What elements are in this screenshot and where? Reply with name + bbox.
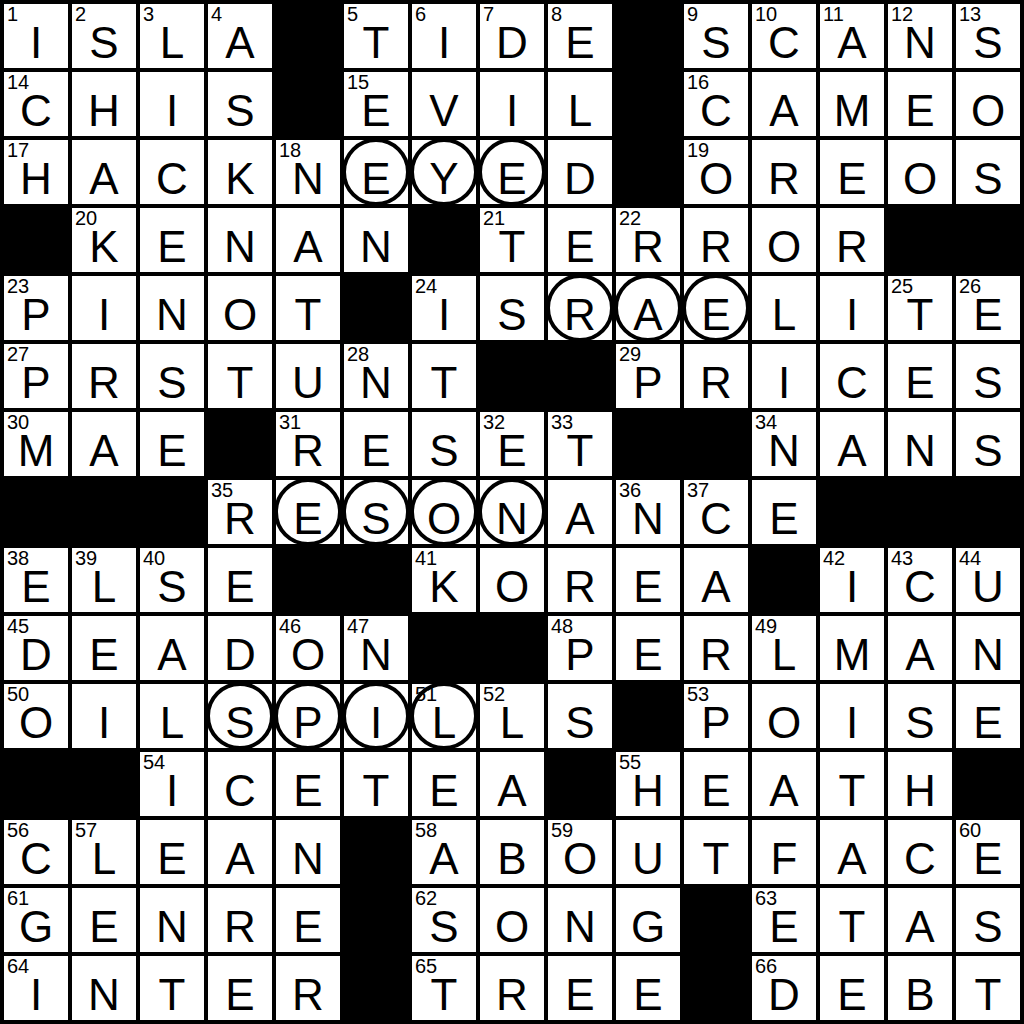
cell-r1c2[interactable]: 2S (72, 4, 136, 68)
cell-r13c13[interactable]: A (820, 820, 884, 884)
cell-r3c3[interactable]: C (140, 140, 204, 204)
cell-r12c14[interactable]: H (888, 752, 952, 816)
cell-letter: A (752, 89, 816, 133)
cell-letter: T (888, 293, 952, 337)
cell-r4c10[interactable]: 22R (616, 208, 680, 272)
cell-letter: N (344, 633, 408, 677)
cell-r4c13[interactable]: R (820, 208, 884, 272)
cell-r6c1[interactable]: 27P (4, 344, 68, 408)
cell-letter: E (140, 837, 204, 881)
cell-r5c13[interactable]: I (820, 276, 884, 340)
cell-r3c13[interactable]: E (820, 140, 884, 204)
cell-r4c12[interactable]: O (752, 208, 816, 272)
cell-letter: S (956, 361, 1020, 405)
cell-r5c10[interactable]: A (616, 276, 680, 340)
clue-number-5: 5 (347, 4, 358, 25)
cell-r9c1[interactable]: 38E (4, 548, 68, 612)
cell-r14c5[interactable]: E (276, 888, 340, 952)
cell-r5c2[interactable]: I (72, 276, 136, 340)
cell-letter: I (752, 361, 816, 405)
cell-letter: B (480, 837, 544, 881)
cell-r11c9[interactable]: S (548, 684, 612, 748)
cell-r9c2[interactable]: 39L (72, 548, 136, 612)
cell-letter: O (888, 157, 952, 201)
cell-r5c8[interactable]: S (480, 276, 544, 340)
block-cell-r4c7 (412, 208, 476, 272)
cell-r15c13[interactable]: E (820, 956, 884, 1020)
cell-r11c11[interactable]: 53P (684, 684, 748, 748)
cell-r4c11[interactable]: R (684, 208, 748, 272)
cell-r5c15[interactable]: 26E (956, 276, 1020, 340)
clue-number-57: 57 (75, 820, 97, 841)
cell-r7c15[interactable]: S (956, 412, 1020, 476)
cell-r11c5[interactable]: P (276, 684, 340, 748)
cell-r13c14[interactable]: C (888, 820, 952, 884)
cell-r6c10[interactable]: 29P (616, 344, 680, 408)
cell-r10c3[interactable]: A (140, 616, 204, 680)
clue-number-37: 37 (687, 480, 709, 501)
cell-r12c3[interactable]: 54I (140, 752, 204, 816)
cell-r10c2[interactable]: E (72, 616, 136, 680)
cell-r12c10[interactable]: 55H (616, 752, 680, 816)
cell-r2c13[interactable]: M (820, 72, 884, 136)
cell-letter: E (684, 769, 748, 813)
cell-letter: A (480, 769, 544, 813)
cell-r11c4[interactable]: S (208, 684, 272, 748)
cell-r4c5[interactable]: A (276, 208, 340, 272)
cell-r11c1[interactable]: 50O (4, 684, 68, 748)
cell-r12c6[interactable]: T (344, 752, 408, 816)
cell-r2c7[interactable]: V (412, 72, 476, 136)
cell-r8c7[interactable]: O (412, 480, 476, 544)
block-cell-r13c6 (344, 820, 408, 884)
cell-letter: I (480, 89, 544, 133)
cell-r13c1[interactable]: 56C (4, 820, 68, 884)
cell-letter: S (956, 905, 1020, 949)
cell-r13c11[interactable]: T (684, 820, 748, 884)
cell-letter: R (208, 905, 272, 949)
cell-r3c1[interactable]: 17H (4, 140, 68, 204)
cell-letter: N (72, 973, 136, 1017)
block-cell-r15c11 (684, 956, 748, 1020)
cell-r1c13[interactable]: 11A (820, 4, 884, 68)
cell-letter: N (140, 905, 204, 949)
cell-r8c11[interactable]: 37C (684, 480, 748, 544)
cell-r15c7[interactable]: 65T (412, 956, 476, 1020)
cell-r15c12[interactable]: 66D (752, 956, 816, 1020)
cell-r3c5[interactable]: 18N (276, 140, 340, 204)
cell-r3c15[interactable]: S (956, 140, 1020, 204)
cell-r4c8[interactable]: 21T (480, 208, 544, 272)
block-cell-r1c10 (616, 4, 680, 68)
cell-letter: N (548, 905, 612, 949)
cell-r14c4[interactable]: R (208, 888, 272, 952)
cell-r11c3[interactable]: L (140, 684, 204, 748)
cell-letter: H (888, 769, 952, 813)
cell-letter: R (820, 225, 884, 269)
cell-r9c11[interactable]: A (684, 548, 748, 612)
block-cell-r10c7 (412, 616, 476, 680)
cell-r5c7[interactable]: 24I (412, 276, 476, 340)
cell-r13c9[interactable]: 59O (548, 820, 612, 884)
cell-r7c14[interactable]: N (888, 412, 952, 476)
cell-letter: N (344, 225, 408, 269)
cell-r9c9[interactable]: R (548, 548, 612, 612)
cell-r6c2[interactable]: R (72, 344, 136, 408)
clue-number-8: 8 (551, 4, 562, 25)
cell-r14c8[interactable]: O (480, 888, 544, 952)
cell-r12c8[interactable]: A (480, 752, 544, 816)
cell-r15c4[interactable]: E (208, 956, 272, 1020)
cell-r5c14[interactable]: 25T (888, 276, 952, 340)
cell-r13c2[interactable]: 57L (72, 820, 136, 884)
clue-number-39: 39 (75, 548, 97, 569)
cell-r5c11[interactable]: E (684, 276, 748, 340)
cell-r13c4[interactable]: A (208, 820, 272, 884)
cell-r14c7[interactable]: 62S (412, 888, 476, 952)
block-cell-r14c11 (684, 888, 748, 952)
cell-r10c11[interactable]: R (684, 616, 748, 680)
block-cell-r4c1 (4, 208, 68, 272)
block-cell-r7c11 (684, 412, 748, 476)
cell-r7c12[interactable]: 34N (752, 412, 816, 476)
cell-r10c6[interactable]: 47N (344, 616, 408, 680)
clue-number-17: 17 (7, 140, 29, 161)
cell-r3c7[interactable]: Y (412, 140, 476, 204)
cell-letter: E (276, 905, 340, 949)
cell-r5c3[interactable]: N (140, 276, 204, 340)
cell-r3c12[interactable]: R (752, 140, 816, 204)
cell-r7c7[interactable]: S (412, 412, 476, 476)
cell-letter: E (208, 973, 272, 1017)
cell-r2c4[interactable]: S (208, 72, 272, 136)
cell-r2c3[interactable]: I (140, 72, 204, 136)
cell-r13c15[interactable]: 60E (956, 820, 1020, 884)
cell-r14c10[interactable]: G (616, 888, 680, 952)
cell-r10c15[interactable]: N (956, 616, 1020, 680)
cell-r15c15[interactable]: T (956, 956, 1020, 1020)
clue-number-65: 65 (415, 956, 437, 977)
cell-r14c1[interactable]: 61G (4, 888, 68, 952)
cell-r11c7[interactable]: 51L (412, 684, 476, 748)
cell-letter: O (480, 565, 544, 609)
block-cell-r14c6 (344, 888, 408, 952)
cell-letter: C (820, 361, 884, 405)
cell-letter: C (888, 837, 952, 881)
cell-letter: E (344, 429, 408, 473)
cell-r2c11[interactable]: 16C (684, 72, 748, 136)
cell-r2c12[interactable]: A (752, 72, 816, 136)
cell-r15c8[interactable]: R (480, 956, 544, 1020)
cell-r6c7[interactable]: T (412, 344, 476, 408)
cell-r10c4[interactable]: D (208, 616, 272, 680)
cell-r8c4[interactable]: 35R (208, 480, 272, 544)
cell-r5c9[interactable]: R (548, 276, 612, 340)
cell-r4c3[interactable]: E (140, 208, 204, 272)
cell-r3c9[interactable]: D (548, 140, 612, 204)
cell-r12c4[interactable]: C (208, 752, 272, 816)
cell-r13c8[interactable]: B (480, 820, 544, 884)
cell-r14c14[interactable]: A (888, 888, 952, 952)
cell-r6c6[interactable]: 28N (344, 344, 408, 408)
cell-letter: E (616, 633, 680, 677)
cell-r2c2[interactable]: H (72, 72, 136, 136)
block-cell-r7c10 (616, 412, 680, 476)
cell-r11c8[interactable]: 52L (480, 684, 544, 748)
cell-letter: E (276, 497, 340, 541)
cell-r12c13[interactable]: T (820, 752, 884, 816)
cell-r13c5[interactable]: N (276, 820, 340, 884)
block-cell-r12c1 (4, 752, 68, 816)
cell-letter: S (684, 21, 748, 65)
cell-letter: E (752, 497, 816, 541)
cell-r13c3[interactable]: E (140, 820, 204, 884)
cell-r2c9[interactable]: L (548, 72, 612, 136)
cell-r6c11[interactable]: R (684, 344, 748, 408)
cell-r3c6[interactable]: E (344, 140, 408, 204)
cell-letter: C (208, 769, 272, 813)
clue-number-6: 6 (415, 4, 426, 25)
cell-r1c9[interactable]: 8E (548, 4, 612, 68)
cell-r12c12[interactable]: A (752, 752, 816, 816)
clue-number-20: 20 (75, 208, 97, 229)
cell-letter: N (276, 837, 340, 881)
block-cell-r8c1 (4, 480, 68, 544)
cell-r2c8[interactable]: I (480, 72, 544, 136)
cell-r11c6[interactable]: I (344, 684, 408, 748)
cell-r7c6[interactable]: E (344, 412, 408, 476)
cell-r9c10[interactable]: E (616, 548, 680, 612)
cell-r11c13[interactable]: I (820, 684, 884, 748)
cell-r15c3[interactable]: T (140, 956, 204, 1020)
cell-r11c14[interactable]: S (888, 684, 952, 748)
cell-r2c1[interactable]: 14C (4, 72, 68, 136)
block-cell-r12c2 (72, 752, 136, 816)
cell-letter: N (956, 633, 1020, 677)
cell-r5c5[interactable]: T (276, 276, 340, 340)
cell-r6c14[interactable]: E (888, 344, 952, 408)
cell-r15c1[interactable]: 64I (4, 956, 68, 1020)
cell-r15c9[interactable]: E (548, 956, 612, 1020)
block-cell-r4c14 (888, 208, 952, 272)
clue-number-45: 45 (7, 616, 29, 637)
cell-r1c7[interactable]: 6I (412, 4, 476, 68)
cell-r14c2[interactable]: E (72, 888, 136, 952)
cell-r12c11[interactable]: E (684, 752, 748, 816)
cell-r9c3[interactable]: 40S (140, 548, 204, 612)
cell-letter: K (412, 565, 476, 609)
clue-number-12: 12 (891, 4, 913, 25)
cell-r15c2[interactable]: N (72, 956, 136, 1020)
cell-letter: A (888, 633, 952, 677)
cell-r9c13[interactable]: 42I (820, 548, 884, 612)
cell-r2c14[interactable]: E (888, 72, 952, 136)
cell-r10c5[interactable]: 46O (276, 616, 340, 680)
clue-number-41: 41 (415, 548, 437, 569)
cell-r8c6[interactable]: S (344, 480, 408, 544)
cell-letter: S (344, 497, 408, 541)
cell-r1c1[interactable]: 1I (4, 4, 68, 68)
cell-r7c3[interactable]: E (140, 412, 204, 476)
cell-r14c15[interactable]: S (956, 888, 1020, 952)
cell-r1c12[interactable]: 10C (752, 4, 816, 68)
cell-letter: L (548, 89, 612, 133)
cell-letter: E (956, 701, 1020, 745)
cell-letter: K (72, 225, 136, 269)
cell-letter: D (208, 633, 272, 677)
cell-r6c12[interactable]: I (752, 344, 816, 408)
cell-letter: S (888, 701, 952, 745)
clue-number-26: 26 (959, 276, 981, 297)
cell-r1c6[interactable]: 5T (344, 4, 408, 68)
cell-r13c10[interactable]: U (616, 820, 680, 884)
cell-r11c12[interactable]: O (752, 684, 816, 748)
cell-r4c4[interactable]: N (208, 208, 272, 272)
cell-r7c8[interactable]: 32E (480, 412, 544, 476)
cell-r1c15[interactable]: 13S (956, 4, 1020, 68)
cell-r2c6[interactable]: 15E (344, 72, 408, 136)
cell-letter: M (820, 633, 884, 677)
cell-r3c8[interactable]: E (480, 140, 544, 204)
cell-letter: C (888, 565, 952, 609)
cell-letter: A (72, 429, 136, 473)
cell-letter: T (684, 837, 748, 881)
cell-letter: S (208, 89, 272, 133)
clue-number-30: 30 (7, 412, 29, 433)
cell-r5c1[interactable]: 23P (4, 276, 68, 340)
cell-r3c4[interactable]: K (208, 140, 272, 204)
block-cell-r11c10 (616, 684, 680, 748)
cell-r9c8[interactable]: O (480, 548, 544, 612)
cell-r4c2[interactable]: 20K (72, 208, 136, 272)
cell-r14c9[interactable]: N (548, 888, 612, 952)
cell-letter: O (684, 157, 748, 201)
cell-letter: C (684, 89, 748, 133)
clue-number-62: 62 (415, 888, 437, 909)
cell-r13c12[interactable]: F (752, 820, 816, 884)
cell-r14c13[interactable]: T (820, 888, 884, 952)
cell-r6c15[interactable]: S (956, 344, 1020, 408)
cell-r13c7[interactable]: 58A (412, 820, 476, 884)
clue-number-59: 59 (551, 820, 573, 841)
cell-r8c8[interactable]: N (480, 480, 544, 544)
cell-r10c12[interactable]: 49L (752, 616, 816, 680)
cell-r12c7[interactable]: E (412, 752, 476, 816)
clue-number-25: 25 (891, 276, 913, 297)
cell-r9c7[interactable]: 41K (412, 548, 476, 612)
cell-letter: L (72, 565, 136, 609)
cell-r1c14[interactable]: 12N (888, 4, 952, 68)
cell-r10c14[interactable]: A (888, 616, 952, 680)
cell-r7c2[interactable]: A (72, 412, 136, 476)
clue-number-24: 24 (415, 276, 437, 297)
cell-r6c5[interactable]: U (276, 344, 340, 408)
cell-letter: E (888, 89, 952, 133)
cell-r8c12[interactable]: E (752, 480, 816, 544)
cell-r7c1[interactable]: 30M (4, 412, 68, 476)
cell-letter: H (72, 89, 136, 133)
cell-r14c12[interactable]: 63E (752, 888, 816, 952)
cell-r10c1[interactable]: 45D (4, 616, 68, 680)
cell-r3c11[interactable]: 19O (684, 140, 748, 204)
cell-r9c14[interactable]: 43C (888, 548, 952, 612)
cell-r3c14[interactable]: O (888, 140, 952, 204)
cell-r9c15[interactable]: 44U (956, 548, 1020, 612)
cell-r10c10[interactable]: E (616, 616, 680, 680)
cell-r3c2[interactable]: A (72, 140, 136, 204)
clue-number-58: 58 (415, 820, 437, 841)
clue-number-1: 1 (7, 4, 18, 25)
cell-r7c5[interactable]: 31R (276, 412, 340, 476)
cell-r5c12[interactable]: L (752, 276, 816, 340)
cell-r6c4[interactable]: T (208, 344, 272, 408)
cell-letter: R (276, 429, 340, 473)
clue-number-4: 4 (211, 4, 222, 25)
cell-letter: A (208, 837, 272, 881)
cell-letter: P (684, 701, 748, 745)
cell-r5c4[interactable]: O (208, 276, 272, 340)
cell-r7c9[interactable]: 33T (548, 412, 612, 476)
clue-number-66: 66 (755, 956, 777, 977)
cell-r1c11[interactable]: 9S (684, 4, 748, 68)
cell-r8c9[interactable]: A (548, 480, 612, 544)
cell-r10c9[interactable]: 48P (548, 616, 612, 680)
clue-number-19: 19 (687, 140, 709, 161)
cell-r12c5[interactable]: E (276, 752, 340, 816)
cell-r8c10[interactable]: 36N (616, 480, 680, 544)
cell-letter: C (684, 497, 748, 541)
cell-letter: H (4, 157, 68, 201)
clue-number-18: 18 (279, 140, 301, 161)
cell-letter: S (956, 429, 1020, 473)
cell-r2c15[interactable]: O (956, 72, 1020, 136)
cell-letter: R (548, 293, 612, 337)
cell-letter: U (616, 837, 680, 881)
cell-r15c14[interactable]: B (888, 956, 952, 1020)
cell-r4c9[interactable]: E (548, 208, 612, 272)
cell-letter: E (616, 565, 680, 609)
cell-letter: R (72, 361, 136, 405)
cell-r1c8[interactable]: 7D (480, 4, 544, 68)
cell-letter: T (276, 293, 340, 337)
cell-r9c4[interactable]: E (208, 548, 272, 612)
cell-r8c5[interactable]: E (276, 480, 340, 544)
cell-r15c5[interactable]: R (276, 956, 340, 1020)
cell-letter: N (888, 429, 952, 473)
cell-r6c3[interactable]: S (140, 344, 204, 408)
cell-letter: E (548, 21, 612, 65)
cell-r7c13[interactable]: A (820, 412, 884, 476)
cell-letter: M (4, 429, 68, 473)
cell-r1c4[interactable]: 4A (208, 4, 272, 68)
cell-letter: E (548, 225, 612, 269)
cell-letter: P (4, 293, 68, 337)
cell-r11c2[interactable]: I (72, 684, 136, 748)
cell-r6c13[interactable]: C (820, 344, 884, 408)
clue-number-49: 49 (755, 616, 777, 637)
cell-r11c15[interactable]: E (956, 684, 1020, 748)
cell-r1c3[interactable]: 3L (140, 4, 204, 68)
cell-r10c13[interactable]: M (820, 616, 884, 680)
cell-letter: A (548, 497, 612, 541)
cell-r4c6[interactable]: N (344, 208, 408, 272)
cell-letter: E (956, 293, 1020, 337)
cell-r14c3[interactable]: N (140, 888, 204, 952)
clue-number-33: 33 (551, 412, 573, 433)
cell-letter: L (72, 837, 136, 881)
cell-letter: N (276, 157, 340, 201)
cell-r15c10[interactable]: E (616, 956, 680, 1020)
